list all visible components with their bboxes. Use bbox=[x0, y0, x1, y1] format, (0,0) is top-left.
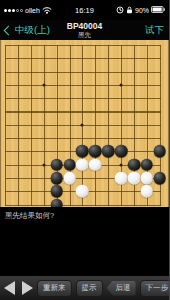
battery-icon bbox=[151, 6, 165, 14]
star-point bbox=[120, 83, 123, 86]
white-stone[interactable] bbox=[89, 158, 102, 171]
black-stone[interactable] bbox=[102, 145, 115, 158]
white-stone[interactable] bbox=[76, 185, 89, 198]
status-right: 90% bbox=[116, 6, 165, 15]
go-board[interactable] bbox=[0, 40, 169, 207]
black-stone[interactable] bbox=[50, 172, 63, 185]
next-problem-arrow-icon[interactable] bbox=[22, 281, 33, 295]
app-screen: olleh 16:19 bbox=[0, 0, 169, 300]
star-point bbox=[81, 123, 84, 126]
problem-id-title: BP40004 bbox=[67, 22, 102, 31]
bottom-toolbar: 重新来 提示 后退 下一步 bbox=[0, 276, 169, 300]
to-play-subtitle: 黑先 bbox=[78, 31, 91, 38]
signal-dots-icon bbox=[4, 9, 23, 12]
black-stone[interactable] bbox=[50, 158, 63, 171]
previous-problem-arrow-icon[interactable] bbox=[4, 281, 15, 295]
back-button[interactable]: 中级(上) bbox=[5, 24, 50, 37]
carrier-label: olleh bbox=[25, 7, 40, 14]
white-stone[interactable] bbox=[76, 158, 89, 171]
black-stone[interactable] bbox=[76, 145, 89, 158]
white-stone[interactable] bbox=[115, 172, 128, 185]
battery-percent: 90% bbox=[135, 7, 149, 14]
black-stone[interactable] bbox=[89, 145, 102, 158]
alarm-clock-icon bbox=[116, 6, 124, 15]
black-stone[interactable] bbox=[50, 185, 63, 198]
white-stone[interactable] bbox=[141, 185, 154, 198]
message-area: 黑先结果如何? bbox=[0, 207, 169, 276]
orientation-lock-icon bbox=[126, 6, 133, 15]
nav-bar: 中级(上) BP40004 黑先 试下 bbox=[0, 20, 169, 40]
black-stone[interactable] bbox=[128, 158, 141, 171]
wifi-icon bbox=[42, 6, 52, 15]
back-chevron-icon bbox=[4, 25, 14, 35]
hint-button[interactable]: 提示 bbox=[76, 280, 103, 297]
try-move-button[interactable]: 试下 bbox=[145, 24, 164, 37]
star-point bbox=[42, 163, 45, 166]
status-bar: olleh 16:19 bbox=[0, 0, 169, 20]
white-stone[interactable] bbox=[141, 172, 154, 185]
star-point bbox=[42, 83, 45, 86]
status-left: olleh bbox=[4, 6, 52, 15]
restart-button[interactable]: 重新来 bbox=[37, 280, 72, 297]
black-stone[interactable] bbox=[154, 172, 167, 185]
next-step-button[interactable]: 下一步 bbox=[140, 280, 170, 297]
black-stone[interactable] bbox=[63, 158, 76, 171]
back-label: 中级(上) bbox=[15, 24, 50, 37]
black-stone[interactable] bbox=[154, 145, 167, 158]
black-stone[interactable] bbox=[115, 145, 128, 158]
white-stone[interactable] bbox=[128, 172, 141, 185]
white-stone[interactable] bbox=[63, 172, 76, 185]
undo-button[interactable]: 后退 bbox=[107, 281, 136, 296]
problem-question-text: 黑先结果如何? bbox=[0, 207, 169, 221]
black-stone[interactable] bbox=[141, 158, 154, 171]
star-point bbox=[120, 163, 123, 166]
